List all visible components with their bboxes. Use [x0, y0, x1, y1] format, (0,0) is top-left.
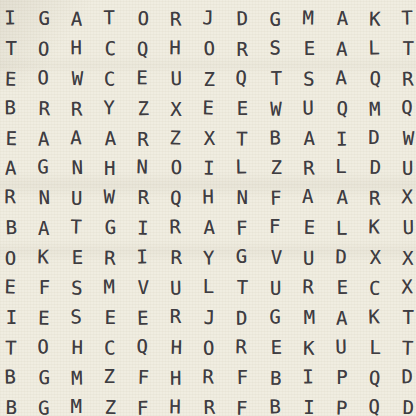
grid-cell: F: [27, 272, 60, 302]
grid-cell: U: [391, 152, 416, 182]
grid-letter: Q: [368, 395, 380, 416]
grid-cell: M: [358, 93, 391, 123]
grid-letter: I: [5, 306, 17, 328]
grid-letter: T: [236, 127, 248, 149]
grid-letter: S: [70, 305, 82, 327]
grid-letter: A: [336, 37, 348, 59]
grid-cell: P: [325, 392, 358, 416]
grid-letter: B: [5, 395, 17, 416]
grid-cell: E: [0, 123, 27, 153]
grid-cell: U: [159, 63, 192, 93]
grid-cell: R: [159, 212, 192, 242]
grid-letter: Q: [137, 37, 149, 59]
grid-letter: E: [303, 37, 315, 59]
grid-cell: R: [292, 152, 325, 182]
grid-letter: D: [236, 306, 248, 328]
grid-cell: T: [226, 272, 259, 302]
grid-letter: E: [5, 67, 17, 89]
grid-cell: E: [0, 272, 27, 302]
grid-letter: D: [369, 156, 381, 178]
grid-cell: G: [259, 3, 292, 33]
grid-cell: R: [193, 362, 226, 392]
grid-cell: O: [27, 33, 60, 63]
grid-cell: A: [325, 63, 358, 93]
grid-letter: A: [336, 7, 348, 29]
grid-letter: M: [70, 395, 81, 416]
grid-cell: A: [292, 123, 325, 153]
grid-letter: E: [105, 306, 117, 328]
grid-letter: T: [5, 336, 17, 358]
grid-letter: A: [71, 7, 83, 29]
grid-cell: Q: [325, 93, 358, 123]
grid-cell: E: [93, 302, 126, 332]
grid-cell: L: [226, 152, 259, 182]
grid-letter: G: [105, 216, 117, 238]
grid-letter: K: [303, 336, 315, 358]
grid-letter: M: [369, 97, 381, 119]
grid-cell: Z: [93, 362, 126, 392]
grid-cell: U: [325, 332, 358, 362]
grid-letter: E: [5, 126, 17, 148]
grid-cell: A: [193, 212, 226, 242]
grid-cell: H: [159, 33, 192, 63]
grid-cell: R: [93, 242, 126, 272]
grid-cell: I: [0, 302, 27, 332]
grid-cell: B: [0, 93, 27, 123]
grid-cell: T: [391, 332, 416, 362]
grid-letter: R: [236, 335, 248, 357]
grid-cell: Y: [93, 93, 126, 123]
grid-letter: R: [38, 97, 50, 119]
grid-cell: B: [0, 392, 27, 416]
grid-cell: E: [126, 63, 159, 93]
grid-cell: T: [0, 33, 27, 63]
grid-cell: R: [60, 93, 93, 123]
letter-grid: IGATORJDGMAKTTOHCQHORSEALTEOWCEUZQTSAQRB…: [0, 3, 416, 416]
grid-letter: M: [303, 306, 315, 328]
grid-cell: A: [27, 123, 60, 153]
grid-letter: T: [402, 37, 414, 59]
grid-cell: O: [126, 3, 159, 33]
grid-letter: R: [236, 38, 247, 60]
grid-cell: R: [126, 123, 159, 153]
grid-cell: P: [325, 362, 358, 392]
grid-cell: T: [391, 33, 416, 63]
grid-cell: K: [358, 212, 391, 242]
grid-letter: E: [336, 276, 348, 298]
grid-letter: N: [71, 156, 83, 178]
grid-letter: B: [5, 216, 17, 238]
grid-cell: Q: [391, 93, 416, 123]
grid-cell: R: [226, 332, 259, 362]
grid-letter: N: [136, 156, 148, 178]
grid-letter: A: [336, 306, 348, 328]
grid-cell: X: [193, 123, 226, 153]
grid-letter: Q: [369, 366, 381, 388]
grid-cell: R: [391, 63, 416, 93]
grid-cell: H: [193, 182, 226, 212]
grid-letter: K: [369, 8, 381, 30]
grid-cell: J: [193, 302, 226, 332]
grid-cell: T: [259, 63, 292, 93]
grid-cell: T: [226, 123, 259, 153]
grid-cell: A: [325, 302, 358, 332]
grid-cell: I: [292, 362, 325, 392]
grid-cell: T: [93, 3, 126, 33]
grid-cell: H: [159, 392, 192, 416]
grid-cell: N: [27, 182, 60, 212]
grid-cell: O: [0, 242, 27, 272]
grid-cell: B: [0, 212, 27, 242]
grid-cell: T: [391, 3, 416, 33]
grid-letter: U: [269, 277, 281, 299]
grid-cell: K: [358, 3, 391, 33]
grid-letter: H: [203, 185, 215, 207]
grid-cell: L: [193, 272, 226, 302]
grid-letter: R: [4, 186, 16, 208]
grid-cell: Q: [159, 182, 192, 212]
grid-cell: A: [60, 3, 93, 33]
grid-cell: W: [93, 182, 126, 212]
grid-cell: R: [226, 33, 259, 63]
grid-cell: E: [60, 242, 93, 272]
grid-cell: F: [259, 182, 292, 212]
grid-letter: B: [269, 366, 281, 388]
grid-letter: N: [237, 186, 249, 208]
grid-letter: O: [204, 37, 216, 59]
grid-cell: G: [226, 242, 259, 272]
grid-cell: G: [259, 302, 292, 332]
grid-letter: U: [335, 335, 347, 357]
grid-cell: R: [159, 242, 192, 272]
grid-letter: U: [303, 247, 315, 269]
grid-letter: Q: [336, 97, 348, 119]
grid-cell: I: [193, 152, 226, 182]
grid-cell: E: [292, 33, 325, 63]
grid-letter: T: [403, 306, 414, 328]
word-search-fabric: IGATORJDGMAKTTOHCQHORSEALTEOWCEUZQTSAQRB…: [0, 0, 416, 416]
grid-cell: D: [358, 123, 391, 153]
grid-letter: X: [401, 185, 413, 207]
grid-letter: C: [369, 277, 381, 299]
grid-letter: R: [302, 275, 314, 297]
grid-letter: G: [38, 366, 50, 388]
grid-cell: Z: [259, 152, 292, 182]
grid-cell: F: [226, 392, 259, 416]
grid-letter: I: [137, 217, 149, 239]
grid-letter: R: [71, 97, 83, 119]
grid-letter: D: [402, 395, 414, 416]
grid-letter: G: [38, 396, 50, 416]
grid-letter: Z: [138, 96, 150, 118]
grid-cell: L: [358, 332, 391, 362]
grid-cell: B: [0, 362, 27, 392]
grid-letter: V: [138, 276, 150, 298]
grid-letter: I: [302, 365, 314, 387]
grid-letter: R: [402, 67, 414, 89]
grid-cell: X: [391, 182, 416, 212]
grid-letter: E: [4, 275, 16, 297]
grid-cell: G: [27, 3, 60, 33]
grid-cell: W: [391, 123, 416, 153]
grid-letter: I: [303, 396, 314, 416]
grid-letter: R: [203, 365, 215, 387]
grid-cell: I: [0, 3, 27, 33]
grid-cell: I: [292, 392, 325, 416]
grid-letter: R: [170, 305, 181, 327]
grid-letter: W: [402, 126, 414, 148]
grid-cell: M: [292, 302, 325, 332]
grid-cell: T: [0, 332, 27, 362]
grid-letter: A: [38, 127, 50, 149]
grid-letter: T: [402, 336, 414, 358]
grid-cell: R: [358, 182, 391, 212]
grid-cell: W: [60, 63, 93, 93]
grid-letter: T: [70, 215, 82, 237]
grid-letter: Q: [236, 66, 248, 88]
grid-letter: I: [335, 127, 347, 149]
grid-letter: O: [38, 37, 50, 59]
grid-letter: U: [170, 277, 182, 299]
grid-cell: X: [159, 93, 192, 123]
grid-letter: U: [402, 216, 414, 238]
grid-cell: S: [292, 63, 325, 93]
grid-cell: D: [226, 3, 259, 33]
grid-cell: F: [126, 392, 159, 416]
grid-letter: R: [104, 247, 116, 269]
grid-letter: X: [402, 247, 414, 269]
grid-cell: E: [226, 93, 259, 123]
grid-letter: H: [104, 157, 115, 179]
grid-cell: F: [126, 362, 159, 392]
grid-letter: Q: [369, 67, 381, 89]
grid-letter: L: [368, 36, 380, 58]
grid-cell: A: [93, 123, 126, 153]
grid-cell: Q: [126, 332, 159, 362]
grid-letter: H: [170, 366, 182, 388]
grid-letter: Q: [401, 96, 412, 118]
grid-letter: G: [37, 156, 49, 178]
grid-cell: E: [126, 302, 159, 332]
grid-letter: E: [137, 306, 149, 328]
grid-letter: Y: [203, 247, 215, 269]
grid-letter: C: [104, 67, 116, 89]
grid-cell: B: [259, 392, 292, 416]
grid-letter: K: [37, 245, 49, 267]
grid-letter: C: [105, 37, 117, 59]
grid-cell: G: [27, 392, 60, 416]
grid-letter: R: [369, 187, 381, 209]
grid-letter: D: [237, 7, 249, 29]
grid-cell: R: [159, 302, 192, 332]
grid-letter: F: [138, 365, 150, 387]
grid-letter: J: [203, 6, 215, 28]
grid-letter: R: [171, 246, 183, 268]
grid-cell: U: [292, 242, 325, 272]
grid-cell: I: [325, 123, 358, 153]
grid-letter: B: [269, 126, 281, 148]
grid-letter: H: [170, 36, 182, 58]
grid-cell: Q: [126, 33, 159, 63]
grid-cell: R: [27, 93, 60, 123]
grid-letter: R: [137, 127, 148, 149]
grid-letter: A: [302, 186, 313, 208]
grid-letter: S: [269, 36, 281, 58]
grid-letter: L: [236, 156, 248, 178]
grid-cell: U: [159, 272, 192, 302]
grid-cell: F: [226, 362, 259, 392]
grid-cell: O: [27, 63, 60, 93]
grid-letter: A: [104, 126, 116, 148]
grid-letter: M: [103, 275, 115, 297]
grid-letter: D: [401, 365, 413, 387]
grid-cell: R: [126, 182, 159, 212]
grid-cell: L: [325, 152, 358, 182]
grid-cell: E: [259, 332, 292, 362]
grid-letter: Z: [270, 156, 282, 178]
grid-letter: W: [71, 67, 83, 89]
grid-cell: X: [391, 242, 416, 272]
grid-cell: O: [193, 332, 226, 362]
grid-letter: G: [270, 8, 281, 30]
grid-cell: H: [60, 332, 93, 362]
grid-cell: Y: [193, 242, 226, 272]
grid-letter: W: [103, 185, 115, 207]
grid-cell: S: [60, 272, 93, 302]
grid-letter: K: [368, 215, 380, 237]
grid-letter: L: [336, 217, 348, 239]
grid-letter: A: [70, 126, 82, 148]
grid-cell: Q: [226, 63, 259, 93]
grid-cell: M: [93, 272, 126, 302]
grid-letter: F: [137, 396, 149, 416]
grid-cell: H: [159, 362, 192, 392]
grid-cell: Q: [358, 362, 391, 392]
grid-cell: A: [325, 3, 358, 33]
grid-letter: X: [401, 275, 413, 297]
grid-cell: T: [391, 302, 416, 332]
grid-letter: Y: [103, 96, 115, 118]
grid-cell: G: [27, 152, 60, 182]
grid-cell: G: [93, 212, 126, 242]
grid-letter: X: [170, 97, 181, 119]
grid-letter: U: [402, 157, 414, 179]
grid-letter: L: [335, 156, 346, 178]
grid-cell: K: [27, 242, 60, 272]
grid-letter: U: [71, 187, 82, 209]
grid-cell: I: [126, 242, 159, 272]
grid-cell: J: [193, 3, 226, 33]
grid-cell: R: [159, 3, 192, 33]
grid-cell: C: [93, 63, 126, 93]
grid-cell: E: [27, 302, 60, 332]
grid-cell: D: [358, 152, 391, 182]
grid-cell: E: [0, 63, 27, 93]
grid-cell: A: [60, 123, 93, 153]
grid-letter: S: [71, 277, 83, 299]
grid-letter: L: [369, 336, 380, 358]
grid-letter: Q: [137, 335, 148, 357]
grid-cell: L: [358, 33, 391, 63]
grid-letter: R: [204, 395, 216, 416]
grid-letter: V: [270, 246, 282, 268]
grid-cell: O: [193, 33, 226, 63]
grid-letter: P: [335, 396, 347, 416]
grid-letter: F: [237, 366, 249, 388]
grid-letter: R: [302, 157, 314, 179]
grid-letter: A: [303, 126, 315, 148]
grid-letter: H: [72, 336, 84, 358]
grid-letter: H: [171, 336, 183, 358]
grid-cell: N: [126, 152, 159, 182]
grid-cell: Z: [193, 63, 226, 93]
grid-cell: N: [60, 152, 93, 182]
grid-cell: C: [358, 272, 391, 302]
grid-letter: P: [336, 366, 347, 388]
grid-letter: G: [269, 305, 281, 327]
grid-letter: B: [4, 365, 16, 387]
grid-letter: F: [269, 215, 280, 237]
grid-cell: H: [60, 33, 93, 63]
grid-letter: E: [38, 306, 50, 328]
grid-letter: O: [203, 336, 215, 358]
grid-letter: A: [38, 217, 49, 239]
grid-cell: O: [27, 332, 60, 362]
grid-letter: I: [4, 6, 16, 28]
grid-letter: X: [369, 246, 381, 268]
grid-letter: O: [171, 156, 183, 178]
grid-letter: I: [203, 157, 215, 179]
grid-letter: O: [5, 247, 16, 269]
grid-cell: F: [259, 212, 292, 242]
grid-cell: S: [60, 302, 93, 332]
grid-letter: A: [336, 186, 348, 208]
grid-cell: K: [358, 302, 391, 332]
grid-cell: Z: [126, 93, 159, 123]
grid-cell: E: [325, 272, 358, 302]
grid-letter: E: [136, 66, 148, 88]
grid-cell: H: [159, 332, 192, 362]
grid-letter: E: [202, 96, 214, 118]
grid-letter: B: [269, 395, 281, 416]
grid-cell: D: [325, 242, 358, 272]
grid-letter: N: [38, 186, 50, 208]
grid-cell: O: [159, 152, 192, 182]
grid-letter: E: [270, 336, 282, 358]
grid-cell: E: [193, 93, 226, 123]
grid-cell: R: [193, 392, 226, 416]
grid-cell: W: [259, 93, 292, 123]
grid-letter: F: [269, 187, 281, 209]
grid-letter: I: [136, 245, 148, 267]
grid-cell: V: [259, 242, 292, 272]
grid-cell: A: [27, 212, 60, 242]
grid-cell: L: [325, 212, 358, 242]
grid-cell: Z: [159, 123, 192, 153]
grid-letter: R: [138, 186, 150, 208]
grid-cell: C: [93, 33, 126, 63]
grid-cell: K: [292, 332, 325, 362]
grid-letter: E: [303, 216, 315, 238]
grid-letter: T: [103, 6, 115, 28]
grid-cell: U: [60, 182, 93, 212]
grid-cell: S: [259, 33, 292, 63]
grid-cell: M: [60, 392, 93, 416]
grid-cell: A: [325, 182, 358, 212]
grid-cell: X: [358, 242, 391, 272]
grid-letter: T: [401, 6, 413, 28]
grid-letter: D: [335, 245, 347, 267]
